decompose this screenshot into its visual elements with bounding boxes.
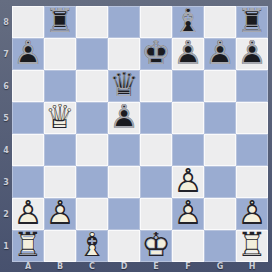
square-g4[interactable]: [204, 134, 236, 166]
square-a7[interactable]: ♟♙: [12, 38, 44, 70]
square-e3[interactable]: [140, 166, 172, 198]
square-e4[interactable]: [140, 134, 172, 166]
square-f8[interactable]: ♝♗: [172, 6, 204, 38]
white-pawn-piece: ♟♙: [236, 198, 268, 230]
square-b2[interactable]: ♟♙: [44, 198, 76, 230]
black-rook-glyph-outline: ♖: [236, 5, 268, 37]
square-e5[interactable]: [140, 102, 172, 134]
square-g1[interactable]: [204, 230, 236, 262]
square-g5[interactable]: [204, 102, 236, 134]
square-c3[interactable]: [76, 166, 108, 198]
file-label-e: E: [140, 260, 172, 272]
rank-label-2: 2: [0, 198, 12, 230]
square-e8[interactable]: [140, 6, 172, 38]
rank-labels: 87654321: [0, 6, 12, 262]
file-label-h: H: [236, 260, 268, 272]
white-queen-glyph-outline: ♕: [44, 101, 76, 133]
black-rook-glyph-outline: ♖: [44, 5, 76, 37]
square-b7[interactable]: [44, 38, 76, 70]
square-g2[interactable]: [204, 198, 236, 230]
square-a1[interactable]: ♜♖: [12, 230, 44, 262]
white-queen-glyph-fill: ♛: [44, 101, 76, 133]
black-rook-piece: ♜♖: [44, 6, 76, 38]
white-pawn-glyph-fill: ♟: [172, 165, 204, 197]
square-a3[interactable]: [12, 166, 44, 198]
white-pawn-glyph-outline: ♙: [44, 197, 76, 229]
white-pawn-glyph-fill: ♟: [172, 197, 204, 229]
black-pawn-glyph-fill: ♟: [204, 37, 236, 69]
white-pawn-glyph-outline: ♙: [172, 197, 204, 229]
white-pawn-glyph-outline: ♙: [172, 165, 204, 197]
white-pawn-piece: ♟♙: [172, 198, 204, 230]
file-label-g: G: [204, 260, 236, 272]
square-f7[interactable]: ♟♙: [172, 38, 204, 70]
square-a6[interactable]: [12, 70, 44, 102]
rank-label-1: 1: [0, 230, 12, 262]
file-label-f: F: [172, 260, 204, 272]
square-b8[interactable]: ♜♖: [44, 6, 76, 38]
white-pawn-piece: ♟♙: [44, 198, 76, 230]
square-d6[interactable]: ♛♕: [108, 70, 140, 102]
square-c8[interactable]: [76, 6, 108, 38]
square-c7[interactable]: [76, 38, 108, 70]
white-pawn-glyph-fill: ♟: [12, 197, 44, 229]
square-f3[interactable]: ♟♙: [172, 166, 204, 198]
white-rook-glyph-fill: ♜: [236, 229, 268, 261]
square-e2[interactable]: [140, 198, 172, 230]
white-pawn-piece: ♟♙: [172, 166, 204, 198]
white-rook-glyph-fill: ♜: [12, 229, 44, 261]
chess-board: ♜♖♝♗♜♖♟♙♚♔♟♙♟♙♟♙♛♕♛♕♟♙♟♙♟♙♟♙♟♙♟♙♜♖♝♗♚♔♜♖: [12, 6, 268, 262]
square-b6[interactable]: [44, 70, 76, 102]
black-pawn-piece: ♟♙: [204, 38, 236, 70]
square-c6[interactable]: [76, 70, 108, 102]
rank-label-3: 3: [0, 166, 12, 198]
chess-board-frame: 87654321 ♜♖♝♗♜♖♟♙♚♔♟♙♟♙♟♙♛♕♛♕♟♙♟♙♟♙♟♙♟♙♟…: [0, 0, 272, 272]
file-label-c: C: [76, 260, 108, 272]
white-pawn-glyph-fill: ♟: [44, 197, 76, 229]
square-a5[interactable]: [12, 102, 44, 134]
white-king-glyph-fill: ♚: [140, 229, 172, 261]
square-c2[interactable]: [76, 198, 108, 230]
black-bishop-glyph-outline: ♗: [172, 5, 204, 37]
black-pawn-glyph-outline: ♙: [12, 37, 44, 69]
square-f2[interactable]: ♟♙: [172, 198, 204, 230]
white-pawn-glyph-fill: ♟: [236, 197, 268, 229]
square-h3[interactable]: [236, 166, 268, 198]
white-queen-piece: ♛♕: [44, 102, 76, 134]
white-pawn-glyph-outline: ♙: [236, 197, 268, 229]
square-d4[interactable]: [108, 134, 140, 166]
rank-label-8: 8: [0, 6, 12, 38]
black-pawn-glyph-fill: ♟: [12, 37, 44, 69]
white-bishop-glyph-fill: ♝: [76, 229, 108, 261]
square-h1[interactable]: ♜♖: [236, 230, 268, 262]
black-bishop-piece: ♝♗: [172, 6, 204, 38]
black-bishop-glyph-fill: ♝: [172, 5, 204, 37]
white-rook-piece: ♜♖: [12, 230, 44, 262]
black-pawn-glyph-outline: ♙: [172, 37, 204, 69]
square-g7[interactable]: ♟♙: [204, 38, 236, 70]
black-pawn-piece: ♟♙: [172, 38, 204, 70]
black-pawn-glyph-fill: ♟: [108, 101, 140, 133]
square-h8[interactable]: ♜♖: [236, 6, 268, 38]
rank-label-4: 4: [0, 134, 12, 166]
square-g6[interactable]: [204, 70, 236, 102]
square-a4[interactable]: [12, 134, 44, 166]
square-c1[interactable]: ♝♗: [76, 230, 108, 262]
file-labels: ABCDEFGH: [12, 260, 268, 272]
black-rook-piece: ♜♖: [236, 6, 268, 38]
square-e1[interactable]: ♚♔: [140, 230, 172, 262]
square-a8[interactable]: [12, 6, 44, 38]
white-pawn-piece: ♟♙: [12, 198, 44, 230]
square-d3[interactable]: [108, 166, 140, 198]
black-pawn-piece: ♟♙: [236, 38, 268, 70]
black-pawn-glyph-fill: ♟: [172, 37, 204, 69]
black-king-piece: ♚♔: [140, 38, 172, 70]
white-king-glyph-outline: ♔: [140, 229, 172, 261]
square-h6[interactable]: [236, 70, 268, 102]
square-a2[interactable]: ♟♙: [12, 198, 44, 230]
black-rook-glyph-fill: ♜: [44, 5, 76, 37]
square-f6[interactable]: [172, 70, 204, 102]
white-bishop-piece: ♝♗: [76, 230, 108, 262]
square-d5[interactable]: ♟♙: [108, 102, 140, 134]
square-e7[interactable]: ♚♔: [140, 38, 172, 70]
square-b4[interactable]: [44, 134, 76, 166]
square-e6[interactable]: [140, 70, 172, 102]
square-h7[interactable]: ♟♙: [236, 38, 268, 70]
square-f4[interactable]: [172, 134, 204, 166]
square-h4[interactable]: [236, 134, 268, 166]
black-pawn-glyph-fill: ♟: [236, 37, 268, 69]
file-label-d: D: [108, 260, 140, 272]
rank-label-5: 5: [0, 102, 12, 134]
white-bishop-glyph-outline: ♗: [76, 229, 108, 261]
black-pawn-glyph-outline: ♙: [204, 37, 236, 69]
rank-label-6: 6: [0, 70, 12, 102]
white-pawn-glyph-outline: ♙: [12, 197, 44, 229]
black-rook-glyph-fill: ♜: [236, 5, 268, 37]
file-label-a: A: [12, 260, 44, 272]
white-rook-glyph-outline: ♖: [12, 229, 44, 261]
black-pawn-glyph-outline: ♙: [108, 101, 140, 133]
black-pawn-piece: ♟♙: [12, 38, 44, 70]
square-b5[interactable]: ♛♕: [44, 102, 76, 134]
square-c5[interactable]: [76, 102, 108, 134]
square-d8[interactable]: [108, 6, 140, 38]
square-d1[interactable]: [108, 230, 140, 262]
black-king-glyph-outline: ♔: [140, 37, 172, 69]
square-g8[interactable]: [204, 6, 236, 38]
black-queen-glyph-fill: ♛: [108, 69, 140, 101]
black-queen-piece: ♛♕: [108, 70, 140, 102]
black-pawn-glyph-outline: ♙: [236, 37, 268, 69]
rank-label-7: 7: [0, 38, 12, 70]
square-h5[interactable]: [236, 102, 268, 134]
square-d7[interactable]: [108, 38, 140, 70]
white-rook-glyph-outline: ♖: [236, 229, 268, 261]
square-f1[interactable]: [172, 230, 204, 262]
square-b1[interactable]: [44, 230, 76, 262]
square-c4[interactable]: [76, 134, 108, 166]
square-h2[interactable]: ♟♙: [236, 198, 268, 230]
white-king-piece: ♚♔: [140, 230, 172, 262]
square-g3[interactable]: [204, 166, 236, 198]
square-f5[interactable]: [172, 102, 204, 134]
square-d2[interactable]: [108, 198, 140, 230]
black-queen-glyph-outline: ♕: [108, 69, 140, 101]
black-king-glyph-fill: ♚: [140, 37, 172, 69]
black-pawn-piece: ♟♙: [108, 102, 140, 134]
white-rook-piece: ♜♖: [236, 230, 268, 262]
square-b3[interactable]: [44, 166, 76, 198]
file-label-b: B: [44, 260, 76, 272]
